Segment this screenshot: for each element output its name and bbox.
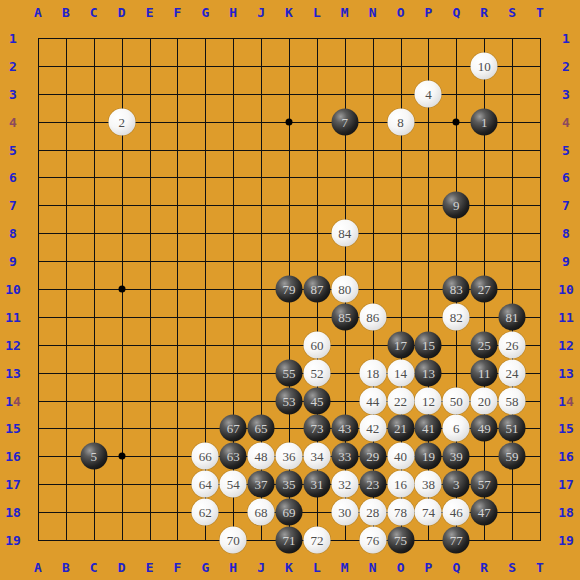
stone-black-M11: 85 [331, 303, 358, 330]
move-number: 15 [422, 338, 435, 351]
stone-black-H16: 63 [220, 443, 247, 470]
row-label-right-12: 12 [558, 338, 574, 351]
stone-black-M16: 33 [331, 443, 358, 470]
stone-black-K18: 69 [276, 499, 303, 526]
stone-black-R4: 1 [471, 108, 498, 135]
move-number: 29 [366, 450, 379, 463]
col-label-top-T: T [536, 6, 544, 19]
col-label-top-Q: Q [452, 6, 460, 19]
move-number: 21 [394, 422, 407, 435]
stone-black-L10: 87 [303, 276, 330, 303]
stone-white-L19: 72 [303, 527, 330, 554]
move-number: 80 [338, 283, 351, 296]
move-number: 52 [310, 366, 323, 379]
move-number: 27 [478, 283, 491, 296]
stone-black-Q19: 77 [443, 527, 470, 554]
move-number: 6 [453, 422, 460, 435]
col-label-top-B: B [62, 6, 70, 19]
col-label-top-D: D [118, 6, 126, 19]
col-label-bottom-Q: Q [452, 561, 460, 574]
stone-black-Q17: 3 [443, 471, 470, 498]
stone-white-N15: 42 [359, 415, 386, 442]
move-number: 12 [422, 394, 435, 407]
move-number: 66 [199, 450, 212, 463]
stone-white-O13: 14 [387, 359, 414, 386]
move-number: 4 [425, 87, 432, 100]
col-label-bottom-A: A [34, 561, 42, 574]
row-label-left-19: 19 [5, 534, 21, 547]
stone-black-S15: 51 [499, 415, 526, 442]
row-label-left-15: 15 [5, 422, 21, 435]
move-number: 55 [283, 366, 296, 379]
stone-white-O17: 16 [387, 471, 414, 498]
stone-white-J16: 48 [248, 443, 275, 470]
row-label-left-8: 8 [9, 227, 17, 240]
stone-black-L14: 45 [303, 387, 330, 414]
row-label-right-1: 1 [562, 32, 570, 45]
stone-black-H15: 67 [220, 415, 247, 442]
col-label-top-O: O [397, 6, 405, 19]
stone-white-Q18: 46 [443, 499, 470, 526]
row-label-right-14: 14 [558, 394, 574, 407]
stone-black-K14: 53 [276, 387, 303, 414]
move-number: 70 [227, 534, 240, 547]
move-number: 72 [310, 534, 323, 547]
move-number: 17 [394, 338, 407, 351]
stone-black-L15: 73 [303, 415, 330, 442]
move-number: 7 [342, 115, 349, 128]
stone-black-S11: 81 [499, 303, 526, 330]
move-number: 57 [478, 478, 491, 491]
stone-black-Q16: 39 [443, 443, 470, 470]
col-label-top-L: L [313, 6, 321, 19]
stone-black-R15: 49 [471, 415, 498, 442]
move-number: 13 [422, 366, 435, 379]
col-label-bottom-M: M [341, 561, 349, 574]
move-number: 3 [453, 478, 460, 491]
col-label-bottom-S: S [508, 561, 516, 574]
move-number: 58 [506, 394, 519, 407]
col-label-bottom-H: H [229, 561, 237, 574]
move-number: 78 [394, 506, 407, 519]
move-number: 41 [422, 422, 435, 435]
stone-black-O12: 17 [387, 331, 414, 358]
move-number: 46 [450, 506, 463, 519]
move-number: 76 [366, 534, 379, 547]
move-number: 26 [506, 338, 519, 351]
col-label-bottom-T: T [536, 561, 544, 574]
col-label-top-N: N [369, 6, 377, 19]
stone-white-Q15: 6 [443, 415, 470, 442]
move-number: 43 [338, 422, 351, 435]
stone-black-M4: 7 [331, 108, 358, 135]
col-label-bottom-P: P [425, 561, 433, 574]
stone-white-P17: 38 [415, 471, 442, 498]
move-number: 14 [394, 366, 407, 379]
col-label-top-E: E [146, 6, 154, 19]
stone-white-Q14: 50 [443, 387, 470, 414]
move-number: 81 [506, 310, 519, 323]
stone-black-K19: 71 [276, 527, 303, 554]
stone-black-K17: 35 [276, 471, 303, 498]
stone-white-O4: 8 [387, 108, 414, 135]
row-label-right-4: 4 [562, 115, 570, 128]
stone-white-N19: 76 [359, 527, 386, 554]
row-label-right-15: 15 [558, 422, 574, 435]
move-number: 22 [394, 394, 407, 407]
stone-white-N13: 18 [359, 359, 386, 386]
stone-white-H19: 70 [220, 527, 247, 554]
grid-line-vertical [540, 38, 541, 541]
col-label-bottom-K: K [285, 561, 293, 574]
move-number: 79 [283, 283, 296, 296]
col-label-top-P: P [425, 6, 433, 19]
stone-white-O18: 78 [387, 499, 414, 526]
col-label-top-A: A [34, 6, 42, 19]
row-label-left-6: 6 [9, 171, 17, 184]
move-number: 1 [481, 115, 488, 128]
stone-white-M17: 32 [331, 471, 358, 498]
row-label-left-4: 4 [9, 115, 17, 128]
stone-black-L17: 31 [303, 471, 330, 498]
stone-black-P15: 41 [415, 415, 442, 442]
stone-white-P3: 4 [415, 80, 442, 107]
stone-black-R12: 25 [471, 331, 498, 358]
stone-white-G18: 62 [192, 499, 219, 526]
col-label-bottom-G: G [201, 561, 209, 574]
col-label-bottom-N: N [369, 561, 377, 574]
stone-white-G17: 64 [192, 471, 219, 498]
move-number: 86 [366, 310, 379, 323]
stone-white-N11: 86 [359, 303, 386, 330]
move-number: 77 [450, 534, 463, 547]
stone-black-K10: 79 [276, 276, 303, 303]
move-number: 69 [283, 506, 296, 519]
move-number: 38 [422, 478, 435, 491]
stone-black-J15: 65 [248, 415, 275, 442]
stone-black-J17: 37 [248, 471, 275, 498]
row-label-right-9: 9 [562, 255, 570, 268]
move-number: 82 [450, 310, 463, 323]
row-label-left-16: 16 [5, 450, 21, 463]
move-number: 75 [394, 534, 407, 547]
stone-white-N14: 44 [359, 387, 386, 414]
move-number: 45 [310, 394, 323, 407]
move-number: 44 [366, 394, 379, 407]
move-number: 18 [366, 366, 379, 379]
move-number: 31 [310, 478, 323, 491]
col-label-bottom-R: R [480, 561, 488, 574]
move-number: 35 [283, 478, 296, 491]
move-number: 47 [478, 506, 491, 519]
move-number: 40 [394, 450, 407, 463]
move-number: 73 [310, 422, 323, 435]
move-number: 36 [283, 450, 296, 463]
move-number: 37 [255, 478, 268, 491]
stone-black-R18: 47 [471, 499, 498, 526]
col-label-top-H: H [229, 6, 237, 19]
move-number: 54 [227, 478, 240, 491]
row-label-right-3: 3 [562, 87, 570, 100]
move-number: 34 [310, 450, 323, 463]
row-label-left-5: 5 [9, 143, 17, 156]
stone-black-R17: 57 [471, 471, 498, 498]
move-number: 68 [255, 506, 268, 519]
stone-white-H17: 54 [220, 471, 247, 498]
row-label-right-16: 16 [558, 450, 574, 463]
move-number: 39 [450, 450, 463, 463]
stone-black-C16: 5 [80, 443, 107, 470]
row-label-left-14: 14 [5, 394, 21, 407]
row-label-left-18: 18 [5, 506, 21, 519]
row-label-left-11: 11 [5, 310, 21, 323]
row-label-right-5: 5 [562, 143, 570, 156]
stone-black-K13: 55 [276, 359, 303, 386]
col-label-bottom-E: E [146, 561, 154, 574]
move-number: 84 [338, 227, 351, 240]
stone-white-S13: 24 [499, 359, 526, 386]
col-label-bottom-D: D [118, 561, 126, 574]
row-label-left-10: 10 [5, 283, 21, 296]
row-label-right-13: 13 [558, 366, 574, 379]
move-number: 42 [366, 422, 379, 435]
col-label-bottom-O: O [397, 561, 405, 574]
move-number: 64 [199, 478, 212, 491]
col-label-bottom-C: C [90, 561, 98, 574]
stone-black-P16: 19 [415, 443, 442, 470]
stone-white-J18: 68 [248, 499, 275, 526]
stone-white-P18: 74 [415, 499, 442, 526]
move-number: 53 [283, 394, 296, 407]
row-label-right-7: 7 [562, 199, 570, 212]
stone-white-L16: 34 [303, 443, 330, 470]
row-label-right-11: 11 [558, 310, 574, 323]
stone-black-P12: 15 [415, 331, 442, 358]
row-label-left-12: 12 [5, 338, 21, 351]
move-number: 87 [310, 283, 323, 296]
col-label-bottom-F: F [174, 561, 182, 574]
stone-black-Q10: 83 [443, 276, 470, 303]
move-number: 20 [478, 394, 491, 407]
star-point-D16 [118, 453, 125, 460]
stone-black-P13: 13 [415, 359, 442, 386]
row-label-left-1: 1 [9, 32, 17, 45]
stone-white-S12: 26 [499, 331, 526, 358]
row-label-right-18: 18 [558, 506, 574, 519]
col-label-bottom-J: J [257, 561, 265, 574]
move-number: 83 [450, 283, 463, 296]
go-board: AABBCCDDEEFFGGHHJJKKLLMMNNOOPPQQRRSSTT11… [0, 0, 580, 580]
stone-white-R14: 20 [471, 387, 498, 414]
row-label-left-7: 7 [9, 199, 17, 212]
move-number: 65 [255, 422, 268, 435]
row-label-left-9: 9 [9, 255, 17, 268]
stone-white-S14: 58 [499, 387, 526, 414]
col-label-top-M: M [341, 6, 349, 19]
star-point-D10 [118, 286, 125, 293]
move-number: 74 [422, 506, 435, 519]
move-number: 8 [397, 115, 404, 128]
stone-white-Q11: 82 [443, 303, 470, 330]
move-number: 19 [422, 450, 435, 463]
move-number: 63 [227, 450, 240, 463]
row-label-right-2: 2 [562, 59, 570, 72]
move-number: 33 [338, 450, 351, 463]
stone-black-O19: 75 [387, 527, 414, 554]
stone-white-R2: 10 [471, 52, 498, 79]
row-label-left-13: 13 [5, 366, 21, 379]
move-number: 49 [478, 422, 491, 435]
col-label-top-G: G [201, 6, 209, 19]
col-label-top-F: F [174, 6, 182, 19]
move-number: 67 [227, 422, 240, 435]
move-number: 28 [366, 506, 379, 519]
stone-black-O15: 21 [387, 415, 414, 442]
row-label-right-6: 6 [562, 171, 570, 184]
col-label-top-K: K [285, 6, 293, 19]
move-number: 48 [255, 450, 268, 463]
stone-black-R13: 11 [471, 359, 498, 386]
stone-black-R10: 27 [471, 276, 498, 303]
stone-black-S16: 59 [499, 443, 526, 470]
move-number: 23 [366, 478, 379, 491]
col-label-top-J: J [257, 6, 265, 19]
star-point-Q4 [453, 118, 460, 125]
row-label-left-17: 17 [5, 478, 21, 491]
stone-white-O16: 40 [387, 443, 414, 470]
stone-black-N17: 23 [359, 471, 386, 498]
move-number: 60 [310, 338, 323, 351]
move-number: 85 [338, 310, 351, 323]
stone-white-N18: 28 [359, 499, 386, 526]
stone-white-M10: 80 [331, 276, 358, 303]
stone-white-D4: 2 [108, 108, 135, 135]
stone-black-Q7: 9 [443, 192, 470, 219]
stone-white-M18: 30 [331, 499, 358, 526]
move-number: 5 [91, 450, 98, 463]
move-number: 30 [338, 506, 351, 519]
row-label-right-17: 17 [558, 478, 574, 491]
move-number: 32 [338, 478, 351, 491]
move-number: 50 [450, 394, 463, 407]
col-label-top-R: R [480, 6, 488, 19]
col-label-top-S: S [508, 6, 516, 19]
move-number: 2 [118, 115, 125, 128]
move-number: 11 [478, 366, 491, 379]
move-number: 71 [283, 534, 296, 547]
grid-line-horizontal [38, 345, 541, 346]
stone-white-G16: 66 [192, 443, 219, 470]
move-number: 16 [394, 478, 407, 491]
star-point-K4 [286, 118, 293, 125]
move-number: 62 [199, 506, 212, 519]
stone-white-O14: 22 [387, 387, 414, 414]
move-number: 24 [506, 366, 519, 379]
move-number: 51 [506, 422, 519, 435]
row-label-right-10: 10 [558, 283, 574, 296]
col-label-bottom-B: B [62, 561, 70, 574]
stone-white-K16: 36 [276, 443, 303, 470]
stone-white-M8: 84 [331, 220, 358, 247]
row-label-right-8: 8 [562, 227, 570, 240]
stone-black-M15: 43 [331, 415, 358, 442]
stone-white-L12: 60 [303, 331, 330, 358]
move-number: 9 [453, 199, 460, 212]
move-number: 10 [478, 59, 491, 72]
stone-black-N16: 29 [359, 443, 386, 470]
col-label-top-C: C [90, 6, 98, 19]
stone-white-L13: 52 [303, 359, 330, 386]
row-label-left-2: 2 [9, 59, 17, 72]
stone-white-P14: 12 [415, 387, 442, 414]
row-label-left-3: 3 [9, 87, 17, 100]
row-label-right-19: 19 [558, 534, 574, 547]
move-number: 59 [506, 450, 519, 463]
move-number: 25 [478, 338, 491, 351]
col-label-bottom-L: L [313, 561, 321, 574]
